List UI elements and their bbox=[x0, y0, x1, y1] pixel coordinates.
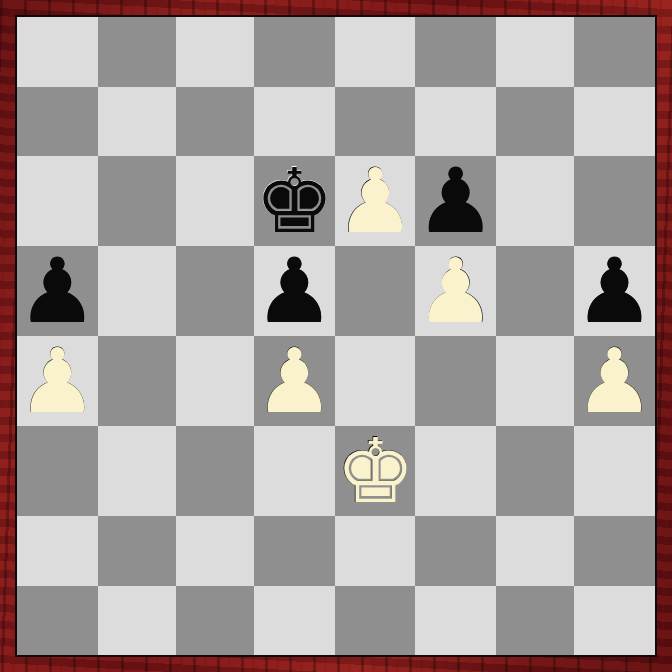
chess-board: ♚♔♟♙♟♙♟♙♟♙♟♙♟♙♟♙♟♙♟♙♚♔ bbox=[15, 15, 657, 657]
square-h7[interactable] bbox=[574, 87, 655, 157]
square-e7[interactable] bbox=[335, 87, 416, 157]
piece-black-pawn-d5[interactable]: ♟♙ bbox=[254, 246, 335, 336]
square-h1[interactable] bbox=[574, 586, 655, 656]
square-d6[interactable]: ♚♔ bbox=[254, 156, 335, 246]
square-d4[interactable]: ♟♙ bbox=[254, 336, 335, 426]
square-b6[interactable] bbox=[98, 156, 176, 246]
board-frame: ♚♔♟♙♟♙♟♙♟♙♟♙♟♙♟♙♟♙♟♙♚♔ bbox=[0, 0, 672, 672]
square-c3[interactable] bbox=[176, 426, 254, 516]
square-h4[interactable]: ♟♙ bbox=[574, 336, 655, 426]
square-f8[interactable] bbox=[415, 17, 496, 87]
square-c2[interactable] bbox=[176, 516, 254, 586]
square-h3[interactable] bbox=[574, 426, 655, 516]
square-d3[interactable] bbox=[254, 426, 335, 516]
piece-white-pawn-d4[interactable]: ♟♙ bbox=[254, 336, 335, 426]
square-b4[interactable] bbox=[98, 336, 176, 426]
square-e5[interactable] bbox=[335, 246, 416, 336]
square-b2[interactable] bbox=[98, 516, 176, 586]
square-f3[interactable] bbox=[415, 426, 496, 516]
square-d2[interactable] bbox=[254, 516, 335, 586]
square-d1[interactable] bbox=[254, 586, 335, 656]
black-pawn-fill-glyph: ♟ bbox=[17, 246, 97, 335]
square-b8[interactable] bbox=[98, 17, 176, 87]
square-h6[interactable] bbox=[574, 156, 655, 246]
square-e8[interactable] bbox=[335, 17, 416, 87]
square-g5[interactable] bbox=[496, 246, 574, 336]
square-c4[interactable] bbox=[176, 336, 254, 426]
square-a1[interactable] bbox=[17, 586, 98, 656]
piece-black-pawn-a5[interactable]: ♟♙ bbox=[17, 246, 98, 336]
piece-white-pawn-e6[interactable]: ♟♙ bbox=[335, 156, 416, 246]
square-f4[interactable] bbox=[415, 336, 496, 426]
square-f7[interactable] bbox=[415, 87, 496, 157]
square-g8[interactable] bbox=[496, 17, 574, 87]
square-e6[interactable]: ♟♙ bbox=[335, 156, 416, 246]
black-pawn-fill-glyph: ♟ bbox=[575, 246, 655, 335]
black-king-fill-glyph: ♚ bbox=[254, 156, 334, 245]
piece-white-king-e3[interactable]: ♚♔ bbox=[335, 426, 416, 516]
black-pawn-fill-glyph: ♟ bbox=[254, 246, 334, 335]
piece-white-pawn-h4[interactable]: ♟♙ bbox=[574, 336, 655, 426]
white-pawn-fill-glyph: ♟ bbox=[335, 156, 415, 245]
square-a6[interactable] bbox=[17, 156, 98, 246]
square-g7[interactable] bbox=[496, 87, 574, 157]
white-pawn-fill-glyph: ♟ bbox=[17, 336, 97, 425]
square-f2[interactable] bbox=[415, 516, 496, 586]
square-d8[interactable] bbox=[254, 17, 335, 87]
square-c6[interactable] bbox=[176, 156, 254, 246]
square-e4[interactable] bbox=[335, 336, 416, 426]
square-h5[interactable]: ♟♙ bbox=[574, 246, 655, 336]
square-c5[interactable] bbox=[176, 246, 254, 336]
white-king-fill-glyph: ♚ bbox=[335, 426, 415, 515]
square-a8[interactable] bbox=[17, 17, 98, 87]
square-g6[interactable] bbox=[496, 156, 574, 246]
square-e2[interactable] bbox=[335, 516, 416, 586]
square-a2[interactable] bbox=[17, 516, 98, 586]
piece-white-pawn-f5[interactable]: ♟♙ bbox=[415, 246, 496, 336]
square-c1[interactable] bbox=[176, 586, 254, 656]
square-f5[interactable]: ♟♙ bbox=[415, 246, 496, 336]
square-a4[interactable]: ♟♙ bbox=[17, 336, 98, 426]
square-d5[interactable]: ♟♙ bbox=[254, 246, 335, 336]
square-b5[interactable] bbox=[98, 246, 176, 336]
square-a7[interactable] bbox=[17, 87, 98, 157]
white-pawn-fill-glyph: ♟ bbox=[575, 336, 655, 425]
square-h2[interactable] bbox=[574, 516, 655, 586]
square-b1[interactable] bbox=[98, 586, 176, 656]
black-pawn-fill-glyph: ♟ bbox=[416, 156, 496, 245]
square-a3[interactable] bbox=[17, 426, 98, 516]
white-pawn-fill-glyph: ♟ bbox=[254, 336, 334, 425]
square-d7[interactable] bbox=[254, 87, 335, 157]
white-pawn-fill-glyph: ♟ bbox=[416, 246, 496, 335]
square-g4[interactable] bbox=[496, 336, 574, 426]
square-g1[interactable] bbox=[496, 586, 574, 656]
square-c8[interactable] bbox=[176, 17, 254, 87]
square-e1[interactable] bbox=[335, 586, 416, 656]
square-h8[interactable] bbox=[574, 17, 655, 87]
square-g2[interactable] bbox=[496, 516, 574, 586]
square-a5[interactable]: ♟♙ bbox=[17, 246, 98, 336]
square-f1[interactable] bbox=[415, 586, 496, 656]
square-g3[interactable] bbox=[496, 426, 574, 516]
square-f6[interactable]: ♟♙ bbox=[415, 156, 496, 246]
square-e3[interactable]: ♚♔ bbox=[335, 426, 416, 516]
piece-black-pawn-f6[interactable]: ♟♙ bbox=[415, 156, 496, 246]
piece-white-pawn-a4[interactable]: ♟♙ bbox=[17, 336, 98, 426]
piece-black-pawn-h5[interactable]: ♟♙ bbox=[574, 246, 655, 336]
square-b7[interactable] bbox=[98, 87, 176, 157]
square-c7[interactable] bbox=[176, 87, 254, 157]
piece-black-king-d6[interactable]: ♚♔ bbox=[254, 156, 335, 246]
square-b3[interactable] bbox=[98, 426, 176, 516]
